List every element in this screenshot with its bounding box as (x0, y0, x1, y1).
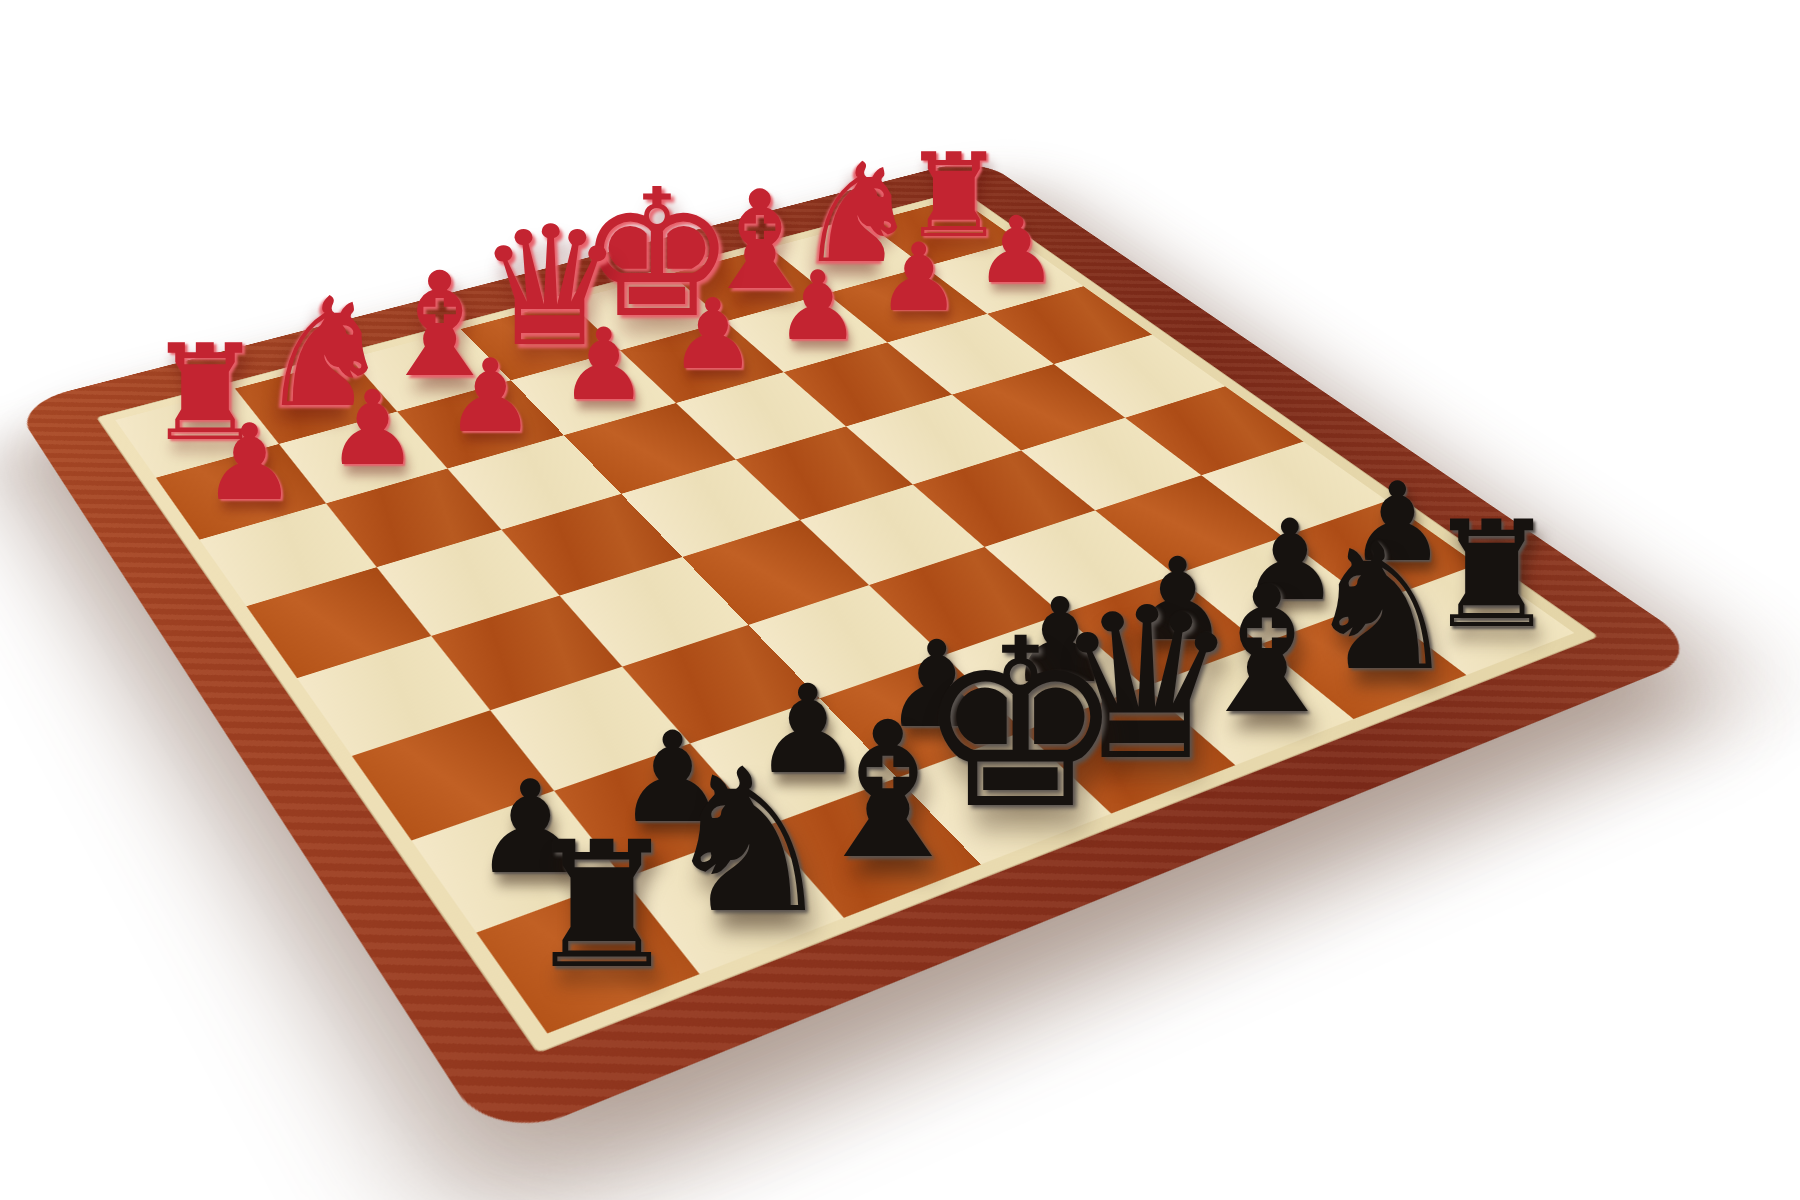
photo-scene: ♜♞♝♚♛♝♞♜♟♟♟♟♟♟♟♟♟♟♟♟♟♟♟♟♜♞♝♛♚♝♞♜ (0, 0, 1800, 1200)
chess-board (13, 157, 1708, 1145)
